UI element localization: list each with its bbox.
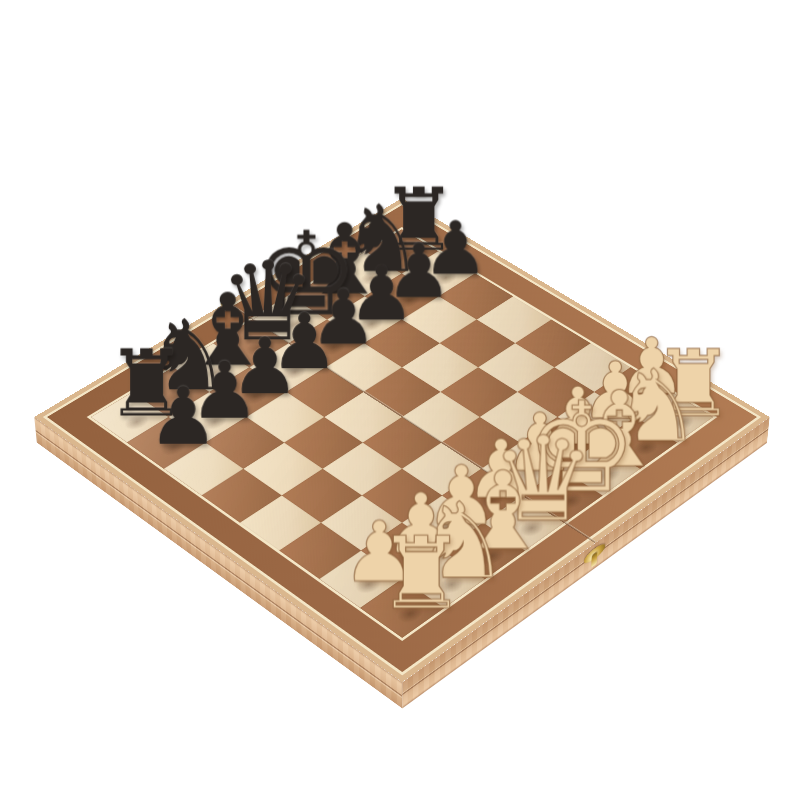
- black-pawn-a7: ♟: [147, 379, 218, 454]
- product-photo: ♜♞♝♛♚♝♞♜♟♟♟♟♟♟♟♟♟♟♟♟♟♟♟♟♜♞♝♛♚♝♞♜: [0, 0, 800, 800]
- square-c5[interactable]: [284, 417, 363, 469]
- board-top: ♜♞♝♛♚♝♞♜♟♟♟♟♟♟♟♟♟♟♟♟♟♟♟♟♜♞♝♛♚♝♞♜: [34, 198, 769, 682]
- clasp-hook: [591, 552, 597, 568]
- chess-board: ♜♞♝♛♚♝♞♜♟♟♟♟♟♟♟♟♟♟♟♟♟♟♟♟♜♞♝♛♚♝♞♜: [87, 227, 718, 641]
- chess-box: ♜♞♝♛♚♝♞♜♟♟♟♟♟♟♟♟♟♟♟♟♟♟♟♟♜♞♝♛♚♝♞♜: [34, 198, 769, 682]
- white-rook-a1: ♜: [376, 527, 465, 622]
- scene: ♜♞♝♛♚♝♞♜♟♟♟♟♟♟♟♟♟♟♟♟♟♟♟♟♜♞♝♛♚♝♞♜: [0, 0, 800, 800]
